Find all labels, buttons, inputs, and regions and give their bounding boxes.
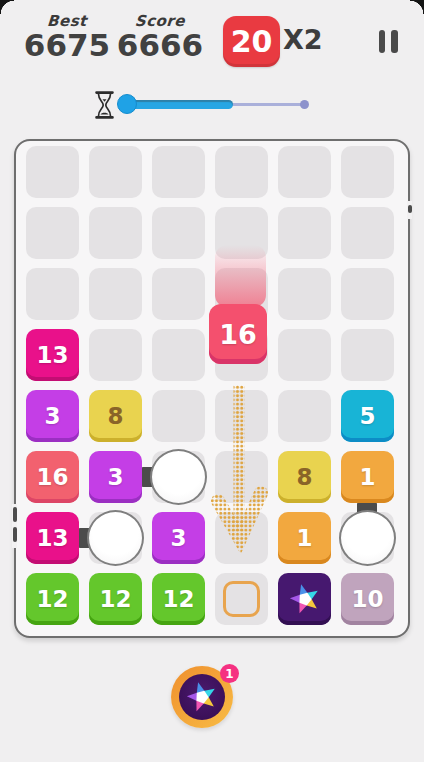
drop-target-outline	[223, 581, 260, 617]
board-cell[interactable]	[341, 268, 394, 320]
board-cell[interactable]	[278, 207, 331, 259]
number-tile: 8	[278, 451, 331, 503]
number-tile: 8	[89, 390, 142, 442]
number-tile: 13	[26, 512, 79, 564]
number-tile: 3	[26, 390, 79, 442]
number-tile: 1	[278, 512, 331, 564]
number-tile: 5	[341, 390, 394, 442]
falling-tile-trail	[215, 245, 266, 307]
pause-icon	[379, 30, 386, 53]
bubble-blocker	[339, 510, 396, 566]
bubble-blocker	[87, 510, 144, 566]
game-screen: Best 6675 Score 6666 20 X2 1338516381133…	[0, 0, 424, 762]
game-board[interactable]: 1338516381133112121210 16	[14, 139, 410, 638]
number-tile: 12	[26, 573, 79, 625]
multiplier-label: X2	[283, 24, 323, 55]
best-label: Best	[19, 12, 114, 30]
number-tile: 10	[341, 573, 394, 625]
number-tile: 16	[26, 451, 79, 503]
star-icon	[286, 580, 324, 618]
board-cell[interactable]	[89, 268, 142, 320]
board-notch-dash	[13, 507, 17, 522]
star-booster-icon	[179, 674, 225, 720]
booster-count: 1	[225, 667, 233, 681]
timer-knob[interactable]	[117, 94, 137, 114]
board-cell[interactable]	[152, 268, 205, 320]
screen-corner	[410, 0, 424, 14]
board-cell[interactable]	[26, 268, 79, 320]
number-tile: 12	[152, 573, 205, 625]
board-notch-dash	[408, 205, 412, 213]
board-cell[interactable]	[152, 207, 205, 259]
board-cell[interactable]	[152, 329, 205, 381]
pause-button[interactable]	[374, 27, 402, 55]
score-group: Score 6666	[113, 12, 207, 60]
board-cell[interactable]	[152, 146, 205, 198]
board-cell[interactable]	[278, 146, 331, 198]
number-tile: 12	[89, 573, 142, 625]
board-cell[interactable]	[278, 268, 331, 320]
board-cell[interactable]	[215, 146, 268, 198]
falling-tile[interactable]: 16	[209, 304, 267, 364]
timer-fill	[127, 100, 233, 109]
star-icon	[183, 678, 221, 716]
score-value: 6666	[113, 30, 207, 60]
score-label: Score	[112, 12, 207, 30]
board-cell[interactable]	[341, 207, 394, 259]
board-cell[interactable]	[26, 207, 79, 259]
booster-count-badge: 1	[220, 664, 239, 683]
number-tile: 3	[152, 512, 205, 564]
best-value: 6675	[20, 30, 114, 60]
drop-arrow-icon	[206, 381, 272, 566]
combo-value: 20	[231, 24, 273, 59]
number-tile: 1	[341, 451, 394, 503]
best-score-group: Best 6675	[20, 12, 114, 60]
star-bonus-tile	[278, 573, 331, 625]
number-tile: 3	[89, 451, 142, 503]
screen-corner	[0, 0, 14, 14]
board-cell[interactable]	[341, 329, 394, 381]
timer-bar	[94, 89, 316, 121]
board-cell[interactable]	[152, 390, 205, 442]
board-notch-dash	[13, 527, 17, 542]
board-cell[interactable]	[278, 329, 331, 381]
bubble-blocker	[150, 449, 207, 505]
combo-badge: 20	[223, 16, 280, 67]
hourglass-icon	[94, 91, 115, 119]
board-cell[interactable]	[89, 329, 142, 381]
board-cell[interactable]	[278, 390, 331, 442]
pause-icon	[391, 30, 398, 53]
board-cell[interactable]	[26, 146, 79, 198]
board-cell[interactable]	[89, 146, 142, 198]
board-cell[interactable]	[341, 146, 394, 198]
timer-end-dot	[300, 100, 309, 109]
number-tile: 13	[26, 329, 79, 381]
board-cell[interactable]	[89, 207, 142, 259]
